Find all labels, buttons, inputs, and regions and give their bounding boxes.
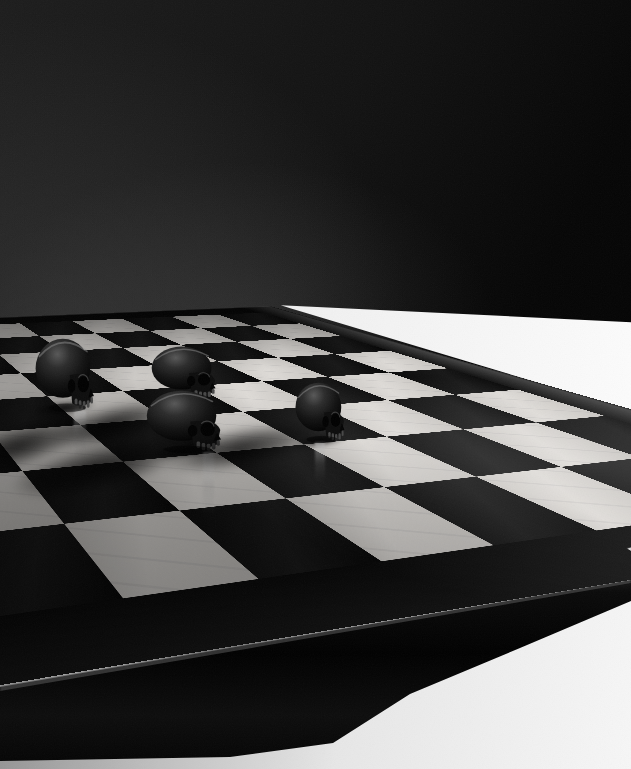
scene-photo: SAINT LAURENT xyxy=(0,0,631,769)
skull-icon xyxy=(295,382,347,443)
skull-piece-d5[interactable] xyxy=(295,382,347,443)
skull-icon xyxy=(35,338,97,412)
skull-reflection xyxy=(315,442,325,482)
skull-piece-b6[interactable] xyxy=(35,338,97,412)
pieces-layer xyxy=(0,0,631,769)
